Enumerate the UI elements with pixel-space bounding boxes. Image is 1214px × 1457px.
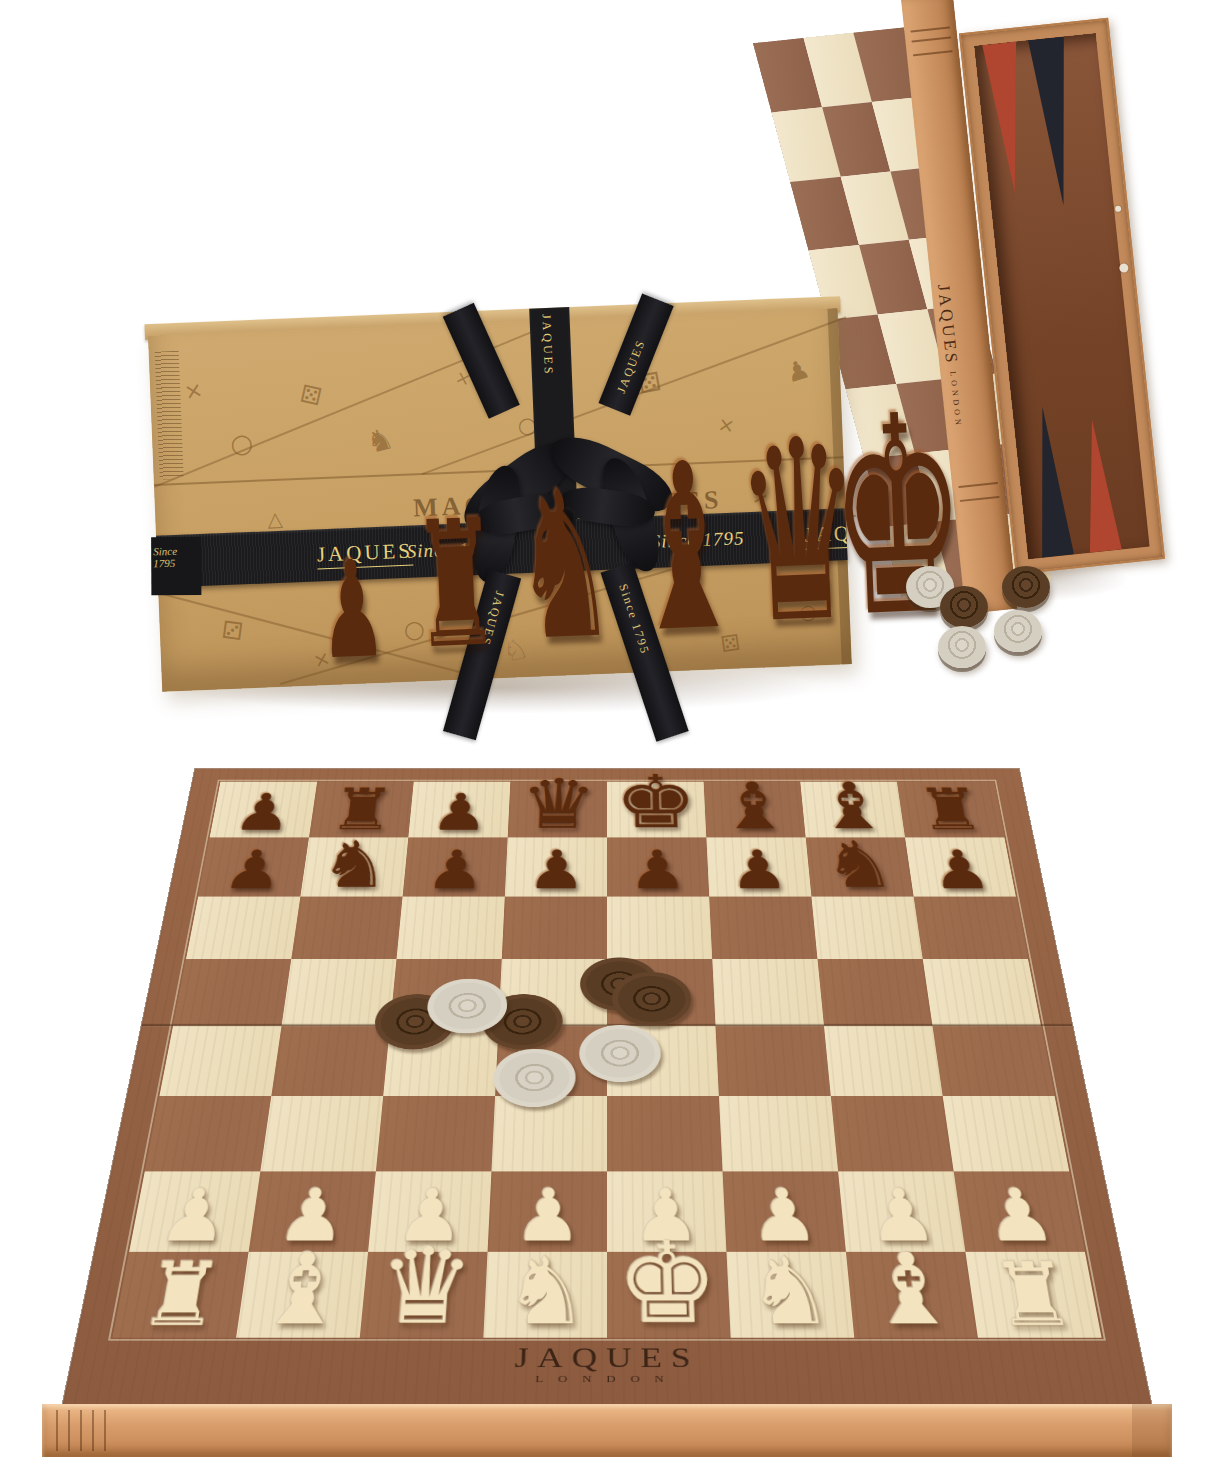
ribbon-left-wrap: Since 1795	[151, 537, 201, 595]
spine-groove	[913, 50, 953, 56]
chess-piece-white-bishop: ♝	[861, 1245, 962, 1336]
board-brand-name: JAQUES	[69, 1342, 1145, 1373]
backgammon-point-red-bottom	[1076, 418, 1122, 553]
apron-end-shade	[1132, 1404, 1172, 1457]
box-fine-print	[155, 351, 184, 480]
chess-piece-dark-pawn: ♟	[526, 846, 585, 895]
board-square	[186, 897, 300, 960]
spine-groove	[911, 36, 951, 42]
chess-piece-dark-knight: ♞	[821, 836, 898, 895]
piece-cell: ♟	[954, 1171, 1085, 1251]
board-square	[932, 1026, 1054, 1097]
chess-piece-dark-king: ♚	[614, 769, 698, 836]
piece-cell: ♟	[607, 837, 709, 896]
piece-cell: ♞	[806, 837, 914, 896]
gift-box: ×○⚄♞×○⚄×♟⚂×○♘×⚄○△× MAGNE CHESS JAQUES JA…	[148, 308, 852, 691]
piece-cell: ♞	[726, 1252, 854, 1338]
piece-cell: ♚	[607, 1252, 731, 1338]
piece-cell: ♟	[403, 837, 508, 896]
chess-piece-white-king: ♚	[616, 1232, 721, 1335]
board-square	[914, 897, 1028, 960]
chess-piece-dark-pawn: ♟	[429, 789, 489, 835]
board-square	[811, 897, 922, 960]
board-square	[719, 1096, 838, 1171]
chess-piece-white-rook: ♜	[986, 1254, 1080, 1335]
board-square	[923, 959, 1041, 1025]
board-square	[291, 897, 402, 960]
piece-cell: ♚	[607, 782, 706, 838]
piece-cell: ♛	[508, 782, 607, 838]
chess-piece-dark-rook: ♜	[914, 783, 987, 836]
chess-piece-white-pawn: ♟	[155, 1182, 234, 1249]
piece-cell: ♟	[706, 837, 811, 896]
chess-piece-dark-pawn: ♟	[927, 846, 994, 895]
piece-cell: ♞	[300, 837, 408, 896]
board-square	[607, 897, 712, 960]
chess-piece-white-knight: ♞	[744, 1249, 835, 1335]
piece-cell: ♟	[905, 837, 1016, 896]
piece-cell: ♝	[704, 782, 806, 838]
doodle-icon: ○	[230, 428, 254, 459]
lid-piece-knight: ♞	[510, 463, 618, 670]
board-brand: JAQUES LONDON	[62, 1342, 1151, 1405]
board-square	[145, 1096, 272, 1171]
magnet-dot	[1115, 206, 1122, 213]
chess-piece-white-bishop: ♝	[253, 1245, 354, 1336]
board-square	[397, 897, 505, 960]
board-square	[715, 1026, 830, 1097]
piece-cell: ♜	[965, 1252, 1101, 1338]
chess-board: JAQUES LONDON ♟♜♟♛♚♝♝♜♟♞♟♟♟♟♞♟♟♟♟♟♟♟♟♟♜♝…	[62, 769, 1152, 1407]
checker-dark	[612, 972, 692, 1026]
spine-groove	[960, 496, 1000, 502]
chess-piece-dark-pawn: ♟	[728, 846, 790, 895]
doodle-icon: △	[267, 507, 283, 532]
piece-cell: ♝	[846, 1252, 978, 1338]
backgammon-point-black-bottom	[1026, 405, 1074, 558]
board-front-apron	[42, 1404, 1172, 1457]
piece-cell: ♟	[198, 837, 309, 896]
chess-piece-dark-queen: ♛	[518, 773, 597, 836]
piece-cell: ♜	[897, 782, 1004, 838]
chess-piece-dark-pawn: ♟	[628, 846, 687, 895]
ribbon-vertical-text: JAQUES	[538, 314, 556, 377]
chess-piece-white-pawn: ♟	[980, 1182, 1059, 1249]
piece-cell: ♞	[483, 1252, 607, 1338]
chess-piece-white-rook: ♜	[134, 1254, 228, 1335]
board-square	[271, 1026, 390, 1097]
piece-cell: ♟	[505, 837, 607, 896]
board-square	[943, 1096, 1070, 1171]
board-square	[712, 959, 824, 1025]
chess-piece-dark-knight: ♞	[316, 836, 393, 895]
board-brand-city: LONDON	[67, 1373, 1148, 1384]
board-square	[607, 1096, 723, 1171]
chess-piece-white-queen: ♛	[373, 1239, 476, 1336]
board-square	[502, 897, 607, 960]
board-square	[817, 959, 932, 1025]
ribbon-left-wrap-text: Since 1795	[153, 545, 201, 569]
chess-piece-dark-pawn: ♟	[231, 789, 295, 835]
board-square	[491, 1096, 607, 1171]
piece-cell: ♟	[129, 1171, 260, 1251]
board-square	[173, 959, 291, 1025]
chess-piece-dark-pawn: ♟	[220, 846, 287, 895]
piece-cell: ♜	[112, 1252, 248, 1338]
lid-piece-bishop: ♝	[625, 431, 747, 664]
piece-cell: ♛	[360, 1252, 488, 1338]
magnet-dot	[1119, 263, 1129, 273]
chess-board-scene: JAQUES LONDON ♟♜♟♛♚♝♝♜♟♞♟♟♟♟♞♟♟♟♟♟♟♟♟♟♜♝…	[62, 640, 1152, 1407]
board-square	[824, 1026, 943, 1097]
piece-cell: ♝	[236, 1252, 368, 1338]
board-square	[159, 1026, 281, 1097]
board-square	[709, 897, 817, 960]
chess-piece-white-knight: ♞	[502, 1249, 589, 1335]
piece-cell: ♟	[210, 782, 317, 838]
board-square	[260, 1096, 383, 1171]
backgammon-point-red-top	[982, 42, 1031, 195]
backgammon-point-black-top	[1028, 37, 1081, 208]
checker-dark	[940, 586, 988, 628]
spine-groove	[910, 26, 950, 32]
checker-light	[579, 1025, 661, 1082]
chess-piece-dark-bishop: ♝	[716, 777, 792, 836]
chess-piece-dark-pawn: ♟	[424, 846, 486, 895]
board-square	[831, 1096, 954, 1171]
apron-spine-grooves	[56, 1410, 110, 1451]
piece-cell: ♟	[408, 782, 510, 838]
board-square	[376, 1096, 495, 1171]
checker-dark	[1002, 566, 1050, 608]
